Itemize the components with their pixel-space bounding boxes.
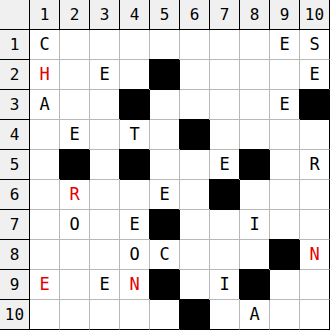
empty-cell-r1c6[interactable] bbox=[180, 30, 210, 60]
empty-cell-r7c6[interactable] bbox=[180, 210, 210, 240]
block-cell-r5c2 bbox=[60, 150, 90, 180]
letter-cell-r8c4[interactable]: O bbox=[120, 240, 150, 270]
empty-cell-r2c4[interactable] bbox=[120, 60, 150, 90]
letter-cell-r8c10[interactable]: N bbox=[300, 240, 330, 270]
row-header-5: 5 bbox=[0, 150, 30, 180]
empty-cell-r6c3[interactable] bbox=[90, 180, 120, 210]
letter-cell-r1c10[interactable]: S bbox=[300, 30, 330, 60]
crossword-board: 123456789101CES2HEE3AE4ET5ER6RE7OEI8OCN9… bbox=[0, 0, 330, 330]
empty-cell-r5c3[interactable] bbox=[90, 150, 120, 180]
empty-cell-r3c7[interactable] bbox=[210, 90, 240, 120]
empty-cell-r6c10[interactable] bbox=[300, 180, 330, 210]
letter-cell-r1c1[interactable]: C bbox=[30, 30, 60, 60]
empty-cell-r4c9[interactable] bbox=[270, 120, 300, 150]
empty-cell-r1c5[interactable] bbox=[150, 30, 180, 60]
empty-cell-r2c2[interactable] bbox=[60, 60, 90, 90]
letter-cell-r5c10[interactable]: R bbox=[300, 150, 330, 180]
letter-cell-r8c5[interactable]: C bbox=[150, 240, 180, 270]
empty-cell-r10c5[interactable] bbox=[150, 300, 180, 330]
empty-cell-r1c2[interactable] bbox=[60, 30, 90, 60]
column-header-2: 2 bbox=[60, 0, 90, 30]
empty-cell-r6c6[interactable] bbox=[180, 180, 210, 210]
block-cell-r4c6 bbox=[180, 120, 210, 150]
letter-cell-r2c3[interactable]: E bbox=[90, 60, 120, 90]
corner-cell bbox=[0, 0, 30, 30]
letter-cell-r6c2[interactable]: R bbox=[60, 180, 90, 210]
letter-cell-r9c4[interactable]: N bbox=[120, 270, 150, 300]
empty-cell-r2c7[interactable] bbox=[210, 60, 240, 90]
empty-cell-r10c2[interactable] bbox=[60, 300, 90, 330]
empty-cell-r7c9[interactable] bbox=[270, 210, 300, 240]
empty-cell-r6c1[interactable] bbox=[30, 180, 60, 210]
row-header-9: 9 bbox=[0, 270, 30, 300]
block-cell-r9c8 bbox=[240, 270, 270, 300]
row-header-8: 8 bbox=[0, 240, 30, 270]
empty-cell-r6c4[interactable] bbox=[120, 180, 150, 210]
letter-cell-r7c4[interactable]: E bbox=[120, 210, 150, 240]
empty-cell-r8c2[interactable] bbox=[60, 240, 90, 270]
empty-cell-r3c6[interactable] bbox=[180, 90, 210, 120]
empty-cell-r2c8[interactable] bbox=[240, 60, 270, 90]
block-cell-r2c5 bbox=[150, 60, 180, 90]
letter-cell-r5c7[interactable]: E bbox=[210, 150, 240, 180]
column-header-5: 5 bbox=[150, 0, 180, 30]
row-header-4: 4 bbox=[0, 120, 30, 150]
block-cell-r6c7 bbox=[210, 180, 240, 210]
empty-cell-r5c9[interactable] bbox=[270, 150, 300, 180]
block-cell-r3c4 bbox=[120, 90, 150, 120]
column-header-1: 1 bbox=[30, 0, 60, 30]
letter-cell-r9c7[interactable]: I bbox=[210, 270, 240, 300]
empty-cell-r8c8[interactable] bbox=[240, 240, 270, 270]
empty-cell-r7c3[interactable] bbox=[90, 210, 120, 240]
empty-cell-r6c8[interactable] bbox=[240, 180, 270, 210]
letter-cell-r7c8[interactable]: I bbox=[240, 210, 270, 240]
empty-cell-r4c7[interactable] bbox=[210, 120, 240, 150]
letter-cell-r3c1[interactable]: A bbox=[30, 90, 60, 120]
empty-cell-r6c9[interactable] bbox=[270, 180, 300, 210]
empty-cell-r3c3[interactable] bbox=[90, 90, 120, 120]
empty-cell-r8c3[interactable] bbox=[90, 240, 120, 270]
row-header-2: 2 bbox=[0, 60, 30, 90]
empty-cell-r5c1[interactable] bbox=[30, 150, 60, 180]
row-header-3: 3 bbox=[0, 90, 30, 120]
letter-cell-r4c4[interactable]: T bbox=[120, 120, 150, 150]
empty-cell-r8c1[interactable] bbox=[30, 240, 60, 270]
block-cell-r10c6 bbox=[180, 300, 210, 330]
empty-cell-r10c7[interactable] bbox=[210, 300, 240, 330]
empty-cell-r1c3[interactable] bbox=[90, 30, 120, 60]
letter-cell-r10c8[interactable]: A bbox=[240, 300, 270, 330]
letter-cell-r3c9[interactable]: E bbox=[270, 90, 300, 120]
letter-cell-r9c3[interactable]: E bbox=[90, 270, 120, 300]
empty-cell-r1c7[interactable] bbox=[210, 30, 240, 60]
letter-cell-r2c1[interactable]: H bbox=[30, 60, 60, 90]
empty-cell-r7c7[interactable] bbox=[210, 210, 240, 240]
empty-cell-r8c6[interactable] bbox=[180, 240, 210, 270]
empty-cell-r9c2[interactable] bbox=[60, 270, 90, 300]
block-cell-r5c8 bbox=[240, 150, 270, 180]
empty-cell-r3c5[interactable] bbox=[150, 90, 180, 120]
empty-cell-r5c5[interactable] bbox=[150, 150, 180, 180]
letter-cell-r4c2[interactable]: E bbox=[60, 120, 90, 150]
empty-cell-r3c2[interactable] bbox=[60, 90, 90, 120]
column-header-4: 4 bbox=[120, 0, 150, 30]
empty-cell-r2c6[interactable] bbox=[180, 60, 210, 90]
empty-cell-r9c10[interactable] bbox=[300, 270, 330, 300]
letter-cell-r9c1[interactable]: E bbox=[30, 270, 60, 300]
empty-cell-r10c10[interactable] bbox=[300, 300, 330, 330]
column-header-8: 8 bbox=[240, 0, 270, 30]
empty-cell-r10c4[interactable] bbox=[120, 300, 150, 330]
column-header-10: 10 bbox=[300, 0, 330, 30]
empty-cell-r10c1[interactable] bbox=[30, 300, 60, 330]
block-cell-r3c10 bbox=[300, 90, 330, 120]
empty-cell-r4c5[interactable] bbox=[150, 120, 180, 150]
block-cell-r5c4 bbox=[120, 150, 150, 180]
empty-cell-r4c10[interactable] bbox=[300, 120, 330, 150]
empty-cell-r5c6[interactable] bbox=[180, 150, 210, 180]
column-header-3: 3 bbox=[90, 0, 120, 30]
empty-cell-r9c9[interactable] bbox=[270, 270, 300, 300]
empty-cell-r9c6[interactable] bbox=[180, 270, 210, 300]
letter-cell-r7c2[interactable]: O bbox=[60, 210, 90, 240]
empty-cell-r1c8[interactable] bbox=[240, 30, 270, 60]
block-cell-r8c9 bbox=[270, 240, 300, 270]
row-header-7: 7 bbox=[0, 210, 30, 240]
column-header-6: 6 bbox=[180, 0, 210, 30]
letter-cell-r2c10[interactable]: E bbox=[300, 60, 330, 90]
empty-cell-r4c3[interactable] bbox=[90, 120, 120, 150]
block-cell-r7c5 bbox=[150, 210, 180, 240]
row-header-6: 6 bbox=[0, 180, 30, 210]
empty-cell-r10c9[interactable] bbox=[270, 300, 300, 330]
row-header-10: 10 bbox=[0, 300, 30, 330]
column-header-9: 9 bbox=[270, 0, 300, 30]
block-cell-r9c5 bbox=[150, 270, 180, 300]
row-header-1: 1 bbox=[0, 30, 30, 60]
empty-cell-r1c4[interactable] bbox=[120, 30, 150, 60]
empty-cell-r7c10[interactable] bbox=[300, 210, 330, 240]
column-header-7: 7 bbox=[210, 0, 240, 30]
letter-cell-r1c9[interactable]: E bbox=[270, 30, 300, 60]
empty-cell-r2c9[interactable] bbox=[270, 60, 300, 90]
empty-cell-r3c8[interactable] bbox=[240, 90, 270, 120]
empty-cell-r4c8[interactable] bbox=[240, 120, 270, 150]
empty-cell-r10c3[interactable] bbox=[90, 300, 120, 330]
empty-cell-r7c1[interactable] bbox=[30, 210, 60, 240]
letter-cell-r6c5[interactable]: E bbox=[150, 180, 180, 210]
empty-cell-r4c1[interactable] bbox=[30, 120, 60, 150]
empty-cell-r8c7[interactable] bbox=[210, 240, 240, 270]
